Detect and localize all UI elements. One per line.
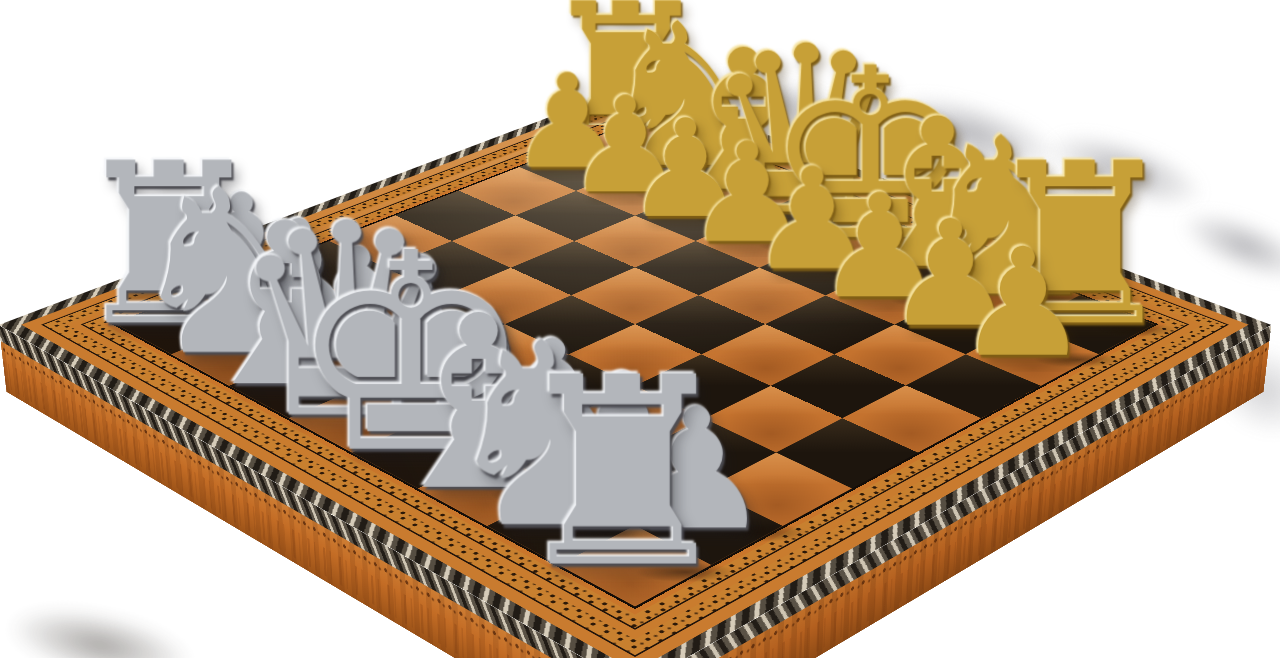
chess-board-case: ♜♞♝♛♚♝♞♜♟♟♟♟♟♟♟♟♟♟♟♟♟♟♟♟♜♞♝♛♚♝♞♜ [0, 85, 1271, 658]
photo-scene: ♜♞♝♛♚♝♞♜♟♟♟♟♟♟♟♟♟♟♟♟♟♟♟♟♜♞♝♛♚♝♞♜ [0, 0, 1280, 658]
board-top-face: ♜♞♝♛♚♝♞♜♟♟♟♟♟♟♟♟♟♟♟♟♟♟♟♟♜♞♝♛♚♝♞♜ [0, 85, 1271, 658]
pawn-glyph: ♟ [956, 227, 1090, 377]
rook-glyph: ♜ [506, 342, 740, 603]
